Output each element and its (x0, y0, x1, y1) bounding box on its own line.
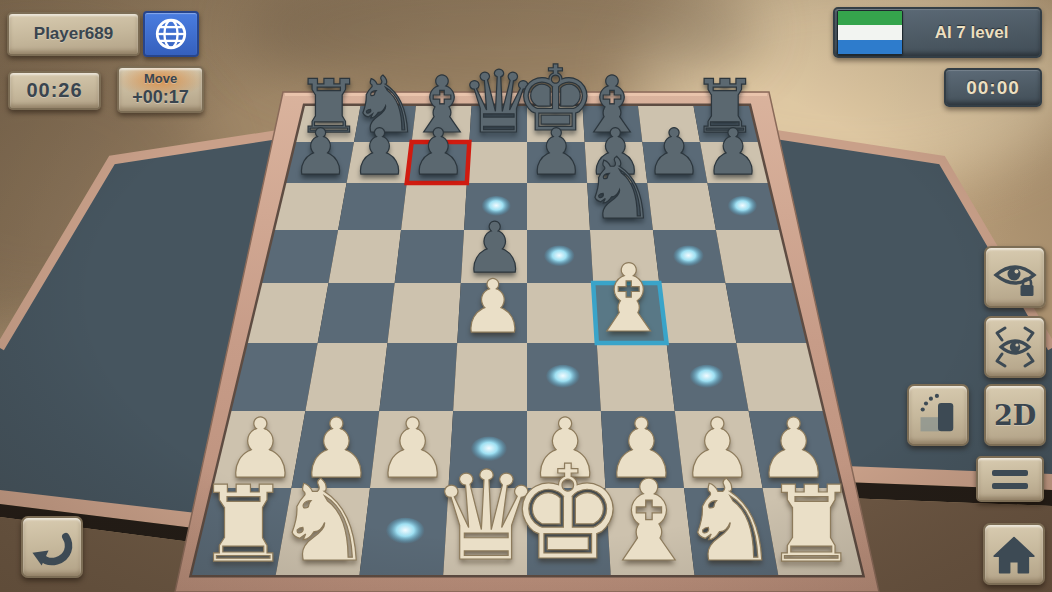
move-timer-value: +00:17 (132, 87, 189, 108)
move-dot-e5[interactable] (544, 246, 575, 268)
square-c3[interactable] (379, 343, 457, 411)
white-player-name: Player689 (34, 24, 113, 44)
piece-black-knight-f6[interactable]: ♞ (581, 147, 657, 232)
locked-view-button[interactable] (984, 246, 1046, 308)
move-dot-e3[interactable] (546, 365, 580, 389)
piece-white-pawn-d4[interactable]: ♟ (460, 271, 526, 344)
move-timer-label: Move (144, 72, 177, 87)
piece-black-pawn-e7[interactable]: ♟ (528, 120, 585, 184)
globe-icon (153, 16, 189, 52)
free-view-button[interactable] (984, 316, 1046, 378)
rotate-screen-button[interactable] (907, 384, 969, 446)
piece-black-pawn-b7[interactable]: ♟ (351, 120, 408, 184)
square-c6[interactable] (401, 183, 467, 230)
piece-black-pawn-c7[interactable]: ♟ (410, 120, 467, 184)
move-dot-g5[interactable] (673, 246, 704, 268)
eye-scan-icon (990, 323, 1040, 371)
eye-lock-icon (990, 253, 1040, 301)
undo-arrow-icon (29, 524, 75, 570)
black-player-plate: AI 7 level (833, 7, 1042, 58)
undo-button[interactable] (21, 516, 83, 578)
square-c4[interactable] (387, 283, 460, 343)
square-b5[interactable] (329, 230, 402, 283)
move-timer-plate: Move +00:17 (117, 66, 204, 113)
square-h5[interactable] (716, 230, 792, 283)
home-button[interactable] (983, 523, 1045, 585)
square-c5[interactable] (395, 230, 464, 283)
rotate-device-icon (914, 391, 962, 439)
sierra-leone-flag-icon (837, 10, 903, 55)
piece-black-pawn-a7[interactable]: ♟ (292, 120, 349, 184)
2d-label: 2D (994, 400, 1036, 431)
white-player-name-plate: Player689 (7, 12, 140, 56)
white-clock-value: 00:26 (26, 79, 82, 102)
piece-white-bishop-f4[interactable]: ♝ (587, 252, 671, 346)
square-b3[interactable] (305, 343, 387, 411)
square-d3[interactable] (453, 343, 527, 411)
menu-bar-icon (992, 470, 1028, 476)
piece-white-rook-h1[interactable]: ♜ (764, 472, 859, 578)
square-b6[interactable] (338, 183, 407, 230)
white-clock: 00:26 (8, 71, 101, 110)
square-g6[interactable] (647, 183, 716, 230)
menu-bar-icon (992, 483, 1028, 489)
square-f3[interactable] (597, 343, 675, 411)
square-a6[interactable] (275, 183, 346, 230)
piece-white-knight-b1[interactable]: ♞ (274, 466, 374, 578)
square-b4[interactable] (318, 283, 395, 343)
move-dot-c1[interactable] (386, 518, 425, 546)
square-a5[interactable] (262, 230, 338, 283)
black-player-name: AI 7 level (903, 23, 1040, 43)
move-dot-h6[interactable] (728, 196, 758, 217)
black-clock-value: 00:00 (966, 77, 1020, 99)
menu-button[interactable] (976, 456, 1044, 502)
chess-game-screen: { "game": "chess", "position": "rnbqkb1r… (0, 0, 1052, 592)
piece-black-pawn-h7[interactable]: ♟ (705, 120, 762, 184)
home-icon (992, 532, 1036, 576)
black-clock: 00:00 (944, 68, 1042, 107)
2d-view-button[interactable]: 2D (984, 384, 1046, 446)
online-globe-button[interactable] (143, 11, 199, 57)
move-dot-g3[interactable] (689, 365, 723, 389)
